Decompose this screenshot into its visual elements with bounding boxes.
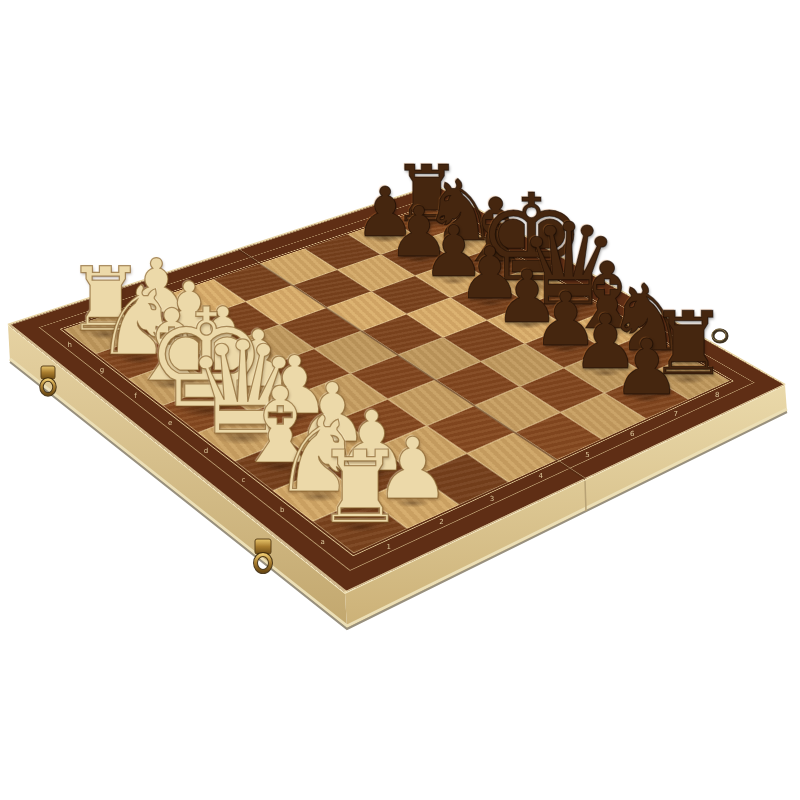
piece-white-rook[interactable]: ♜ [315,438,405,538]
side-fold-seam [585,481,586,511]
brass-latch-icon [255,539,271,572]
piece-black-pawn[interactable]: ♟ [612,329,681,406]
chess-set-photo: h1g2f3e4d5c6b7a8 ♜♞♝♛♚♝♞♜♟♟♟♟♟♟♟♟♟♟♟♟♟♟♟… [0,0,800,800]
